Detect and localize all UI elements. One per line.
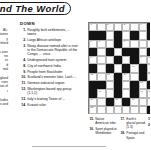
- grid-cell[interactable]: [122, 31, 130, 39]
- clue-text: Washington-based spy group (1,1,1): [27, 87, 78, 96]
- grid-cell[interactable]: [130, 40, 138, 48]
- cell-number: 13: [107, 74, 110, 77]
- cell-number: 19: [91, 99, 94, 102]
- grid-cell-black: [130, 81, 138, 89]
- grid-cell[interactable]: [106, 40, 114, 48]
- grid-cell-black: [139, 64, 147, 72]
- grid-cell-black: [122, 48, 130, 56]
- grid-cell[interactable]: 17: [139, 89, 147, 97]
- grid-cell[interactable]: [114, 106, 122, 114]
- grid-cell[interactable]: [97, 64, 105, 72]
- down-heading: DOWN: [20, 21, 78, 26]
- clue-item: 9.People from Stockholm: [20, 70, 78, 74]
- grid-cell[interactable]: 20: [114, 98, 122, 106]
- grid-cell[interactable]: 10: [147, 56, 149, 64]
- grid-cell[interactable]: [139, 31, 147, 39]
- down-clues: DOWN 1.Roughly built settlements, ... to…: [20, 21, 78, 109]
- clue-number: 2.: [20, 38, 26, 42]
- grid-cell[interactable]: 12: [89, 73, 97, 81]
- clue-item: 11.German industrial region: [20, 81, 78, 85]
- footer-credit-line: [32, 146, 106, 147]
- grid-cell[interactable]: 19: [89, 98, 97, 106]
- grid-cell[interactable]: [97, 56, 105, 64]
- cell-number: 16: [99, 91, 102, 94]
- clue-number: 14.: [20, 103, 26, 107]
- grid-cell[interactable]: [106, 81, 114, 89]
- grid-cell[interactable]: 4: [139, 23, 147, 31]
- crossword-grid: 12345678910111213141516171819202122: [88, 22, 150, 114]
- crossword-grid-wrap: 12345678910111213141516171819202122: [88, 22, 150, 114]
- grid-cell[interactable]: 14: [122, 73, 130, 81]
- cell-number: 8: [91, 57, 92, 60]
- grid-cell[interactable]: [97, 98, 105, 106]
- grid-cell-black: [106, 64, 114, 72]
- grid-cell[interactable]: 9: [139, 56, 147, 64]
- grid-cell[interactable]: [97, 73, 105, 81]
- clue-text: German industrial region: [27, 81, 78, 85]
- clue-number: 8.: [20, 64, 26, 68]
- grid-cell-black: [106, 48, 114, 56]
- cell-number: 18: [149, 91, 150, 94]
- clue-item: 13.Italy's leaning Tower of ...: [20, 97, 78, 101]
- clue-number: 12.: [20, 87, 26, 96]
- clue-text: Roughly built settlements, ... towns: [27, 28, 78, 37]
- grid-cell[interactable]: [114, 23, 122, 31]
- grid-cell[interactable]: [130, 23, 138, 31]
- grid-cell-black: [97, 31, 105, 39]
- grid-cell[interactable]: 11: [130, 64, 138, 72]
- clue-number: 1.: [20, 28, 26, 37]
- grid-cell[interactable]: [130, 106, 138, 114]
- cell-number: 9: [140, 57, 141, 60]
- clue-item: 16.Sport played at Wimbledon: [88, 127, 117, 135]
- clue-text: Portugal and Spain: [126, 131, 146, 139]
- grid-cell[interactable]: [130, 73, 138, 81]
- clue-text: Nasty disease named after a river in the…: [27, 44, 78, 57]
- clue-item: 10.Scotland's monster lake, Loch ...: [20, 75, 78, 79]
- grid-cell[interactable]: 22: [89, 106, 97, 114]
- cell-number: 20: [115, 99, 118, 102]
- clue-item: 18.Portugal and Spain: [119, 131, 146, 139]
- clue-number: 4.: [20, 58, 26, 62]
- clue-item: 3.Nasty disease named after a river in t…: [20, 44, 78, 57]
- clue-item: 12.Washington-based spy group (1,1,1): [20, 87, 78, 96]
- clue-text: Italy's leaning Tower of ...: [27, 97, 78, 101]
- clue-text: Earth's glacial period (1,3): [126, 117, 146, 130]
- grid-cell[interactable]: [106, 31, 114, 39]
- cell-number: 3: [124, 24, 125, 27]
- grid-cell[interactable]: [114, 48, 122, 56]
- grid-cell[interactable]: [122, 106, 130, 114]
- cell-number: 10: [149, 57, 150, 60]
- clue-number: 10.: [20, 75, 26, 79]
- grid-cell[interactable]: [139, 98, 147, 106]
- grid-cell[interactable]: [147, 73, 149, 81]
- clue-text: Underground train system: [27, 58, 78, 62]
- cell-number: 4: [140, 24, 141, 27]
- grid-cell-black: [114, 31, 122, 39]
- grid-cell[interactable]: [97, 48, 105, 56]
- bottom-clues-col1: 15.Native American tribe16.Sport played …: [88, 117, 117, 137]
- grid-cell-black: [147, 106, 149, 114]
- across-clue-fragment: es and: [0, 102, 8, 106]
- cell-number: 14: [124, 74, 127, 77]
- grid-cell[interactable]: [139, 48, 147, 56]
- cell-number: 12: [91, 74, 94, 77]
- clue-item: 19.: [147, 117, 151, 121]
- clue-number: 20.: [147, 123, 151, 127]
- clue-number: 18.: [119, 131, 125, 139]
- grid-cell-black: [106, 98, 114, 106]
- grid-cell[interactable]: [139, 106, 147, 114]
- grid-cell-black: [147, 48, 149, 56]
- grid-cell-black: [114, 73, 122, 81]
- grid-cell-black: [147, 23, 149, 31]
- bottom-clues-col2: 17.Earth's glacial period (1,3)18.Portug…: [119, 117, 146, 141]
- grid-cell[interactable]: 21: [130, 98, 138, 106]
- grid-cell[interactable]: [97, 23, 105, 31]
- clue-number: 16.: [88, 127, 94, 135]
- grid-cell[interactable]: [114, 64, 122, 72]
- cell-number: 17: [140, 91, 143, 94]
- cell-number: 15: [140, 82, 143, 85]
- cell-number: 2: [107, 24, 108, 27]
- clue-number: 11.: [20, 81, 26, 85]
- grid-cell-black: [139, 73, 147, 81]
- clue-item: 2.Large African antelope: [20, 38, 78, 42]
- grid-cell-black: [147, 81, 149, 89]
- grid-cell[interactable]: 6: [97, 40, 105, 48]
- grid-cell[interactable]: 18: [147, 89, 149, 97]
- down-clue-list: 1.Roughly built settlements, ... towns2.…: [20, 28, 78, 108]
- grid-cell-black: [130, 48, 138, 56]
- grid-cell[interactable]: 15: [139, 81, 147, 89]
- clue-text: Kuwaiti ruler: [27, 103, 78, 107]
- grid-cell-black: [89, 64, 97, 72]
- clue-item: 1.Roughly built settlements, ... towns: [20, 28, 78, 37]
- grid-cell-black: [89, 89, 97, 97]
- grid-cell-black: [114, 56, 122, 64]
- grid-cell[interactable]: [97, 106, 105, 114]
- grid-cell[interactable]: 2: [106, 23, 114, 31]
- across-clues-clipped: AL:tanesys Oxford ds overneerdntal nglan…: [0, 28, 8, 106]
- clue-item: 17.Earth's glacial period (1,3): [119, 117, 146, 130]
- grid-cell[interactable]: [139, 40, 147, 48]
- puzzle-title: nd The World: [0, 2, 71, 15]
- puzzle-title-text: nd The World: [0, 3, 65, 14]
- clue-item: 8.City of northwest India: [20, 64, 78, 68]
- bottom-clues-col3-clipped: 19.20.: [147, 117, 151, 129]
- grid-cell[interactable]: [147, 40, 149, 48]
- grid-cell[interactable]: [106, 56, 114, 64]
- clue-text: Scotland's monster lake, Loch ...: [27, 75, 78, 79]
- clue-text: Large African antelope: [27, 38, 78, 42]
- grid-cell-black: [89, 48, 97, 56]
- grid-cell[interactable]: [147, 64, 149, 72]
- grid-cell[interactable]: 7: [122, 40, 130, 48]
- grid-cell-black: [114, 89, 122, 97]
- grid-cell[interactable]: 5: [89, 40, 97, 48]
- cell-number: 22: [91, 107, 94, 110]
- grid-cell[interactable]: 16: [97, 89, 105, 97]
- grid-cell-black: [114, 40, 122, 48]
- clue-item: 14.Kuwaiti ruler: [20, 103, 78, 107]
- cell-number: 1: [91, 24, 92, 27]
- grid-cell-black: [147, 31, 149, 39]
- clue-number: 9.: [20, 70, 26, 74]
- cell-number: 21: [132, 99, 135, 102]
- grid-cell[interactable]: 8: [89, 56, 97, 64]
- cell-number: 11: [132, 66, 134, 69]
- clue-number: 17.: [119, 117, 125, 130]
- grid-cell[interactable]: [147, 98, 149, 106]
- grid-cell-black: [97, 81, 105, 89]
- clue-number: 19.: [147, 117, 151, 121]
- grid-cell[interactable]: [106, 106, 114, 114]
- clue-text: Sport played at Wimbledon: [95, 127, 117, 135]
- grid-cell[interactable]: [122, 81, 130, 89]
- grid-cell-black: [122, 64, 130, 72]
- cell-number: 6: [99, 41, 100, 44]
- clue-item: 15.Native American tribe: [88, 117, 117, 125]
- grid-cell-black: [114, 81, 122, 89]
- clue-item: 20.: [147, 123, 151, 127]
- grid-cell-black: [130, 89, 138, 97]
- clue-number: 15.: [88, 117, 94, 125]
- grid-cell[interactable]: 3: [122, 23, 130, 31]
- cell-number: 7: [124, 41, 125, 44]
- clue-text: Native American tribe: [95, 117, 117, 125]
- clue-number: 13.: [20, 97, 26, 101]
- grid-cell[interactable]: [122, 56, 130, 64]
- cell-number: 5: [91, 41, 92, 44]
- grid-cell-black: [130, 31, 138, 39]
- grid-cell-black: [122, 98, 130, 106]
- clue-item: 4.Underground train system: [20, 58, 78, 62]
- grid-cell-black: [130, 56, 138, 64]
- clue-number: 3.: [20, 44, 26, 57]
- clue-text: City of northwest India: [27, 64, 78, 68]
- clue-text: People from Stockholm: [27, 70, 78, 74]
- grid-cell[interactable]: 13: [106, 73, 114, 81]
- grid-cell-black: [89, 31, 97, 39]
- grid-cell[interactable]: [106, 89, 114, 97]
- grid-cell-black: [89, 81, 97, 89]
- grid-cell[interactable]: [122, 89, 130, 97]
- grid-cell[interactable]: 1: [89, 23, 97, 31]
